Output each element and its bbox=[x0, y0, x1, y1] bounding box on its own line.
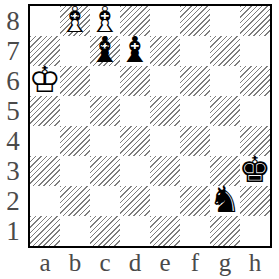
file-label-d: d bbox=[120, 248, 150, 276]
square-c5[interactable] bbox=[90, 96, 120, 126]
square-f8[interactable] bbox=[180, 6, 210, 36]
square-f5[interactable] bbox=[180, 96, 210, 126]
square-a1[interactable] bbox=[30, 216, 60, 246]
square-e6[interactable] bbox=[150, 66, 180, 96]
square-b5[interactable] bbox=[60, 96, 90, 126]
file-label-c: c bbox=[90, 248, 120, 276]
white-bishop-glyph: ♗ bbox=[59, 5, 91, 35]
square-d5[interactable] bbox=[120, 96, 150, 126]
rank-label-5: 5 bbox=[0, 96, 26, 126]
rank-label-1: 1 bbox=[0, 216, 26, 246]
white-king-glyph: ♔ bbox=[29, 65, 61, 95]
square-g1[interactable] bbox=[210, 216, 240, 246]
square-d7[interactable]: ♝ bbox=[120, 36, 150, 66]
file-label-a: a bbox=[30, 248, 60, 276]
square-g2[interactable]: ♞ bbox=[210, 186, 240, 216]
piece-black-bishop-d7[interactable]: ♝ bbox=[120, 36, 150, 66]
square-g8[interactable] bbox=[210, 6, 240, 36]
square-e3[interactable] bbox=[150, 156, 180, 186]
square-e1[interactable] bbox=[150, 216, 180, 246]
square-h1[interactable] bbox=[240, 216, 270, 246]
black-king-glyph: ♚ bbox=[239, 155, 271, 185]
piece-black-knight-g2[interactable]: ♞ bbox=[210, 186, 240, 216]
file-label-h: h bbox=[240, 248, 270, 276]
square-h3[interactable]: ♚ bbox=[240, 156, 270, 186]
square-g6[interactable] bbox=[210, 66, 240, 96]
square-c6[interactable] bbox=[90, 66, 120, 96]
file-label-e: e bbox=[150, 248, 180, 276]
square-h7[interactable] bbox=[240, 36, 270, 66]
square-h8[interactable] bbox=[240, 6, 270, 36]
square-c3[interactable] bbox=[90, 156, 120, 186]
square-f6[interactable] bbox=[180, 66, 210, 96]
square-d4[interactable] bbox=[120, 126, 150, 156]
black-bishop-glyph: ♝ bbox=[119, 35, 151, 65]
square-d3[interactable] bbox=[120, 156, 150, 186]
square-a2[interactable] bbox=[30, 186, 60, 216]
square-a8[interactable] bbox=[30, 6, 60, 36]
chess-board: ♝♗♝♗♝♝♚♔♚♞ bbox=[28, 4, 272, 248]
square-f1[interactable] bbox=[180, 216, 210, 246]
rank-label-6: 6 bbox=[0, 66, 26, 96]
square-e7[interactable] bbox=[150, 36, 180, 66]
piece-black-king-h3[interactable]: ♚ bbox=[240, 156, 270, 186]
rank-label-3: 3 bbox=[0, 156, 26, 186]
square-c2[interactable] bbox=[90, 186, 120, 216]
square-h5[interactable] bbox=[240, 96, 270, 126]
black-bishop-glyph: ♝ bbox=[89, 35, 121, 65]
chess-diagram: 87654321 ♝♗♝♗♝♝♚♔♚♞ abcdefgh bbox=[0, 0, 279, 279]
square-f2[interactable] bbox=[180, 186, 210, 216]
rank-label-8: 8 bbox=[0, 6, 26, 36]
piece-black-bishop-c7[interactable]: ♝ bbox=[90, 36, 120, 66]
square-b1[interactable] bbox=[60, 216, 90, 246]
square-d1[interactable] bbox=[120, 216, 150, 246]
square-g7[interactable] bbox=[210, 36, 240, 66]
square-c4[interactable] bbox=[90, 126, 120, 156]
piece-white-bishop-b8[interactable]: ♝♗ bbox=[60, 6, 90, 36]
square-b7[interactable] bbox=[60, 36, 90, 66]
square-g4[interactable] bbox=[210, 126, 240, 156]
square-a3[interactable] bbox=[30, 156, 60, 186]
square-f4[interactable] bbox=[180, 126, 210, 156]
file-label-g: g bbox=[210, 248, 240, 276]
square-a6[interactable]: ♚♔ bbox=[30, 66, 60, 96]
square-g5[interactable] bbox=[210, 96, 240, 126]
rank-labels: 87654321 bbox=[0, 6, 26, 246]
square-b6[interactable] bbox=[60, 66, 90, 96]
square-d6[interactable] bbox=[120, 66, 150, 96]
square-e2[interactable] bbox=[150, 186, 180, 216]
rank-label-7: 7 bbox=[0, 36, 26, 66]
square-e8[interactable] bbox=[150, 6, 180, 36]
square-h6[interactable] bbox=[240, 66, 270, 96]
square-b8[interactable]: ♝♗ bbox=[60, 6, 90, 36]
square-e4[interactable] bbox=[150, 126, 180, 156]
rank-label-4: 4 bbox=[0, 126, 26, 156]
square-f3[interactable] bbox=[180, 156, 210, 186]
square-b3[interactable] bbox=[60, 156, 90, 186]
square-e5[interactable] bbox=[150, 96, 180, 126]
black-knight-glyph: ♞ bbox=[209, 185, 241, 215]
square-a4[interactable] bbox=[30, 126, 60, 156]
rank-label-2: 2 bbox=[0, 186, 26, 216]
square-h2[interactable] bbox=[240, 186, 270, 216]
square-b4[interactable] bbox=[60, 126, 90, 156]
piece-white-king-a6[interactable]: ♚♔ bbox=[30, 66, 60, 96]
square-f7[interactable] bbox=[180, 36, 210, 66]
square-a5[interactable] bbox=[30, 96, 60, 126]
square-b2[interactable] bbox=[60, 186, 90, 216]
square-c1[interactable] bbox=[90, 216, 120, 246]
square-c7[interactable]: ♝ bbox=[90, 36, 120, 66]
square-d2[interactable] bbox=[120, 186, 150, 216]
file-label-f: f bbox=[180, 248, 210, 276]
file-labels: abcdefgh bbox=[30, 248, 270, 276]
file-label-b: b bbox=[60, 248, 90, 276]
